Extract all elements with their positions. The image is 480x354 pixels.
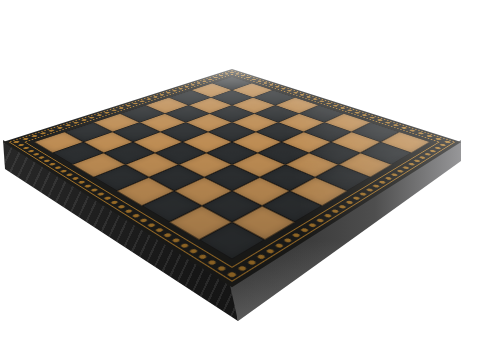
board-squares [34, 76, 430, 259]
chess-board [3, 68, 461, 286]
photo-background [0, 0, 480, 354]
